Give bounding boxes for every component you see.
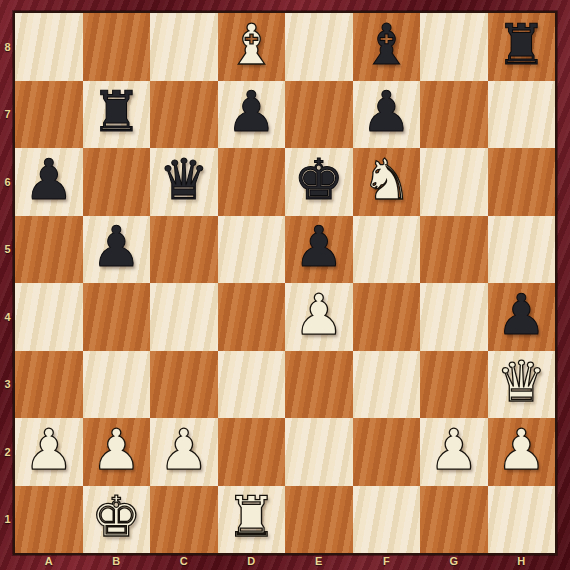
square-a2[interactable]: ♟ [15, 418, 83, 486]
square-h8[interactable]: ♜ [488, 13, 556, 81]
file-labels: ABCDEFGH [15, 552, 555, 570]
black-pawn-icon: ♟ [496, 287, 546, 343]
square-g3[interactable] [420, 351, 488, 419]
square-e5[interactable]: ♟ [285, 216, 353, 284]
square-d7[interactable]: ♟ [218, 81, 286, 149]
black-king-icon: ♚ [294, 152, 344, 208]
square-b8[interactable] [83, 13, 151, 81]
black-pawn-icon: ♟ [294, 219, 344, 275]
square-f8[interactable]: ♝ [353, 13, 421, 81]
square-h3[interactable]: ♛ [488, 351, 556, 419]
square-b4[interactable] [83, 283, 151, 351]
file-label-d: D [218, 552, 286, 570]
square-b3[interactable] [83, 351, 151, 419]
square-d6[interactable] [218, 148, 286, 216]
chess-diagram: 87654321 ABCDEFGH ♝♝♜♜♟♟♟♛♚♞♟♟♟♟♛♟♟♟♟♟♚♜ [0, 0, 570, 570]
square-e1[interactable] [285, 486, 353, 554]
square-c3[interactable] [150, 351, 218, 419]
rank-label-4: 4 [0, 283, 15, 351]
square-b1[interactable]: ♚ [83, 486, 151, 554]
white-knight-icon: ♞ [361, 152, 411, 208]
black-rook-icon: ♜ [496, 17, 546, 73]
black-pawn-icon: ♟ [91, 219, 141, 275]
square-b2[interactable]: ♟ [83, 418, 151, 486]
rank-label-2: 2 [0, 418, 15, 486]
square-f3[interactable] [353, 351, 421, 419]
rank-label-8: 8 [0, 13, 15, 81]
chess-board: ♝♝♜♜♟♟♟♛♚♞♟♟♟♟♛♟♟♟♟♟♚♜ [15, 13, 555, 553]
square-a8[interactable] [15, 13, 83, 81]
square-c7[interactable] [150, 81, 218, 149]
square-g6[interactable] [420, 148, 488, 216]
square-a6[interactable]: ♟ [15, 148, 83, 216]
white-pawn-icon: ♟ [24, 422, 74, 478]
square-h4[interactable]: ♟ [488, 283, 556, 351]
rank-label-5: 5 [0, 216, 15, 284]
black-bishop-icon: ♝ [361, 17, 411, 73]
rank-label-7: 7 [0, 81, 15, 149]
white-pawn-icon: ♟ [294, 287, 344, 343]
square-h6[interactable] [488, 148, 556, 216]
square-h5[interactable] [488, 216, 556, 284]
square-b6[interactable] [83, 148, 151, 216]
square-c6[interactable]: ♛ [150, 148, 218, 216]
black-pawn-icon: ♟ [226, 84, 276, 140]
square-b5[interactable]: ♟ [83, 216, 151, 284]
square-d5[interactable] [218, 216, 286, 284]
square-g4[interactable] [420, 283, 488, 351]
square-e8[interactable] [285, 13, 353, 81]
square-b7[interactable]: ♜ [83, 81, 151, 149]
square-g8[interactable] [420, 13, 488, 81]
square-e3[interactable] [285, 351, 353, 419]
file-label-g: G [420, 552, 488, 570]
square-c4[interactable] [150, 283, 218, 351]
white-pawn-icon: ♟ [496, 422, 546, 478]
square-a7[interactable] [15, 81, 83, 149]
square-e6[interactable]: ♚ [285, 148, 353, 216]
white-bishop-icon: ♝ [226, 17, 276, 73]
square-a5[interactable] [15, 216, 83, 284]
square-a3[interactable] [15, 351, 83, 419]
square-h7[interactable] [488, 81, 556, 149]
square-d8[interactable]: ♝ [218, 13, 286, 81]
white-king-icon: ♚ [91, 489, 141, 545]
square-h1[interactable] [488, 486, 556, 554]
rank-labels: 87654321 [0, 13, 15, 553]
square-f5[interactable] [353, 216, 421, 284]
square-g5[interactable] [420, 216, 488, 284]
square-d1[interactable]: ♜ [218, 486, 286, 554]
white-pawn-icon: ♟ [429, 422, 479, 478]
file-label-c: C [150, 552, 218, 570]
white-pawn-icon: ♟ [159, 422, 209, 478]
file-label-b: B [83, 552, 151, 570]
square-d3[interactable] [218, 351, 286, 419]
black-rook-icon: ♜ [91, 84, 141, 140]
square-g7[interactable] [420, 81, 488, 149]
square-d2[interactable] [218, 418, 286, 486]
square-c5[interactable] [150, 216, 218, 284]
square-f2[interactable] [353, 418, 421, 486]
file-label-f: F [353, 552, 421, 570]
square-a1[interactable] [15, 486, 83, 554]
square-h2[interactable]: ♟ [488, 418, 556, 486]
file-label-e: E [285, 552, 353, 570]
black-queen-icon: ♛ [159, 152, 209, 208]
square-f1[interactable] [353, 486, 421, 554]
rank-label-6: 6 [0, 148, 15, 216]
square-c2[interactable]: ♟ [150, 418, 218, 486]
square-g2[interactable]: ♟ [420, 418, 488, 486]
square-c8[interactable] [150, 13, 218, 81]
white-rook-icon: ♜ [226, 489, 276, 545]
square-d4[interactable] [218, 283, 286, 351]
square-g1[interactable] [420, 486, 488, 554]
square-a4[interactable] [15, 283, 83, 351]
rank-label-3: 3 [0, 351, 15, 419]
file-label-h: H [488, 552, 556, 570]
black-pawn-icon: ♟ [361, 84, 411, 140]
square-f7[interactable]: ♟ [353, 81, 421, 149]
square-f6[interactable]: ♞ [353, 148, 421, 216]
file-label-a: A [15, 552, 83, 570]
square-e4[interactable]: ♟ [285, 283, 353, 351]
square-e7[interactable] [285, 81, 353, 149]
square-f4[interactable] [353, 283, 421, 351]
white-queen-icon: ♛ [496, 354, 546, 410]
black-pawn-icon: ♟ [24, 152, 74, 208]
rank-label-1: 1 [0, 486, 15, 554]
square-e2[interactable] [285, 418, 353, 486]
square-c1[interactable] [150, 486, 218, 554]
white-pawn-icon: ♟ [91, 422, 141, 478]
